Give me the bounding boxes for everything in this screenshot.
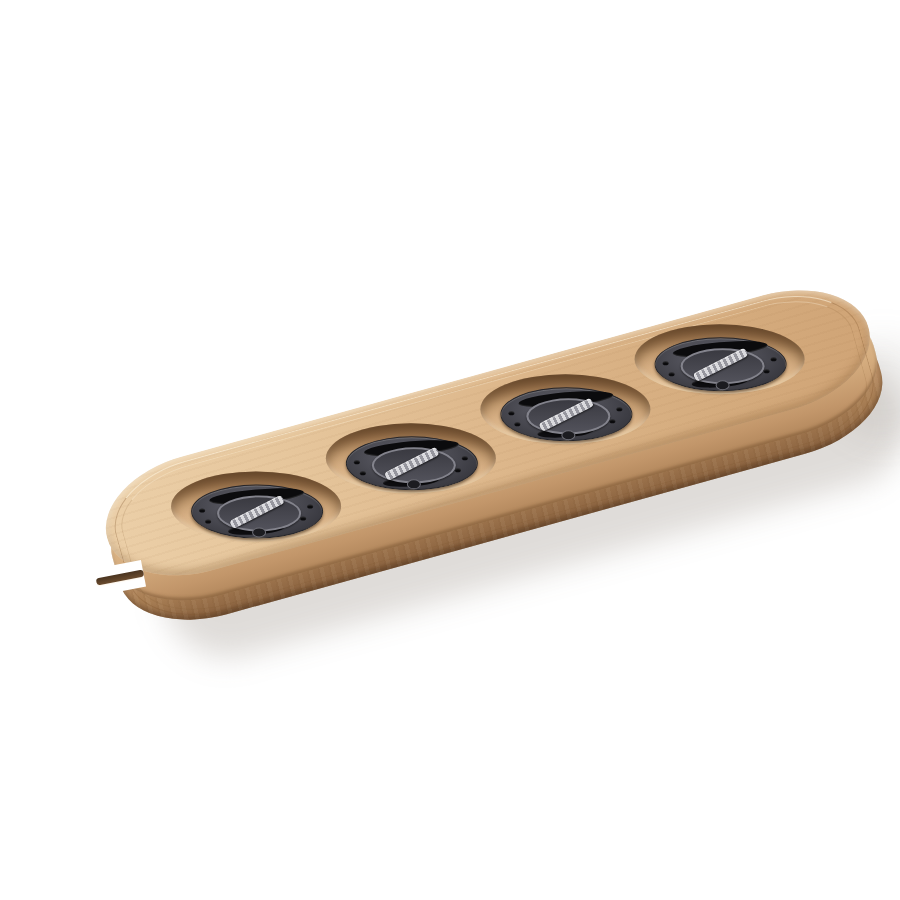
socket-mounting-plate — [346, 436, 478, 490]
plate-stamp — [715, 380, 729, 390]
socket-mounting-plate — [655, 337, 787, 391]
fixing-hole — [455, 469, 461, 473]
fixing-hole — [662, 361, 668, 365]
socket-mounting-plate — [191, 484, 323, 538]
fixing-hole — [669, 373, 675, 377]
fixing-hole — [199, 508, 205, 512]
socket-recess-1 — [171, 471, 341, 541]
fixing-hole — [616, 407, 622, 411]
socket-recess-3 — [480, 374, 650, 444]
fixing-hole — [301, 517, 307, 521]
fixing-hole — [508, 411, 514, 415]
socket-mounting-plate — [500, 387, 632, 441]
fixing-hole — [205, 520, 211, 524]
fixing-hole — [771, 357, 777, 361]
fixing-hole — [764, 369, 770, 373]
fixing-hole — [462, 456, 468, 460]
fixing-hole — [353, 460, 359, 464]
fixing-hole — [307, 504, 313, 508]
plate-stamp — [561, 430, 575, 440]
socket-recess-2 — [326, 423, 496, 493]
photo-canvas — [40, 16, 900, 900]
socket-recess-4 — [635, 324, 805, 394]
fixing-hole — [514, 423, 520, 427]
fixing-hole — [360, 472, 366, 476]
plate-stamp — [252, 527, 266, 537]
fixing-hole — [610, 419, 616, 423]
plate-stamp — [407, 479, 421, 489]
